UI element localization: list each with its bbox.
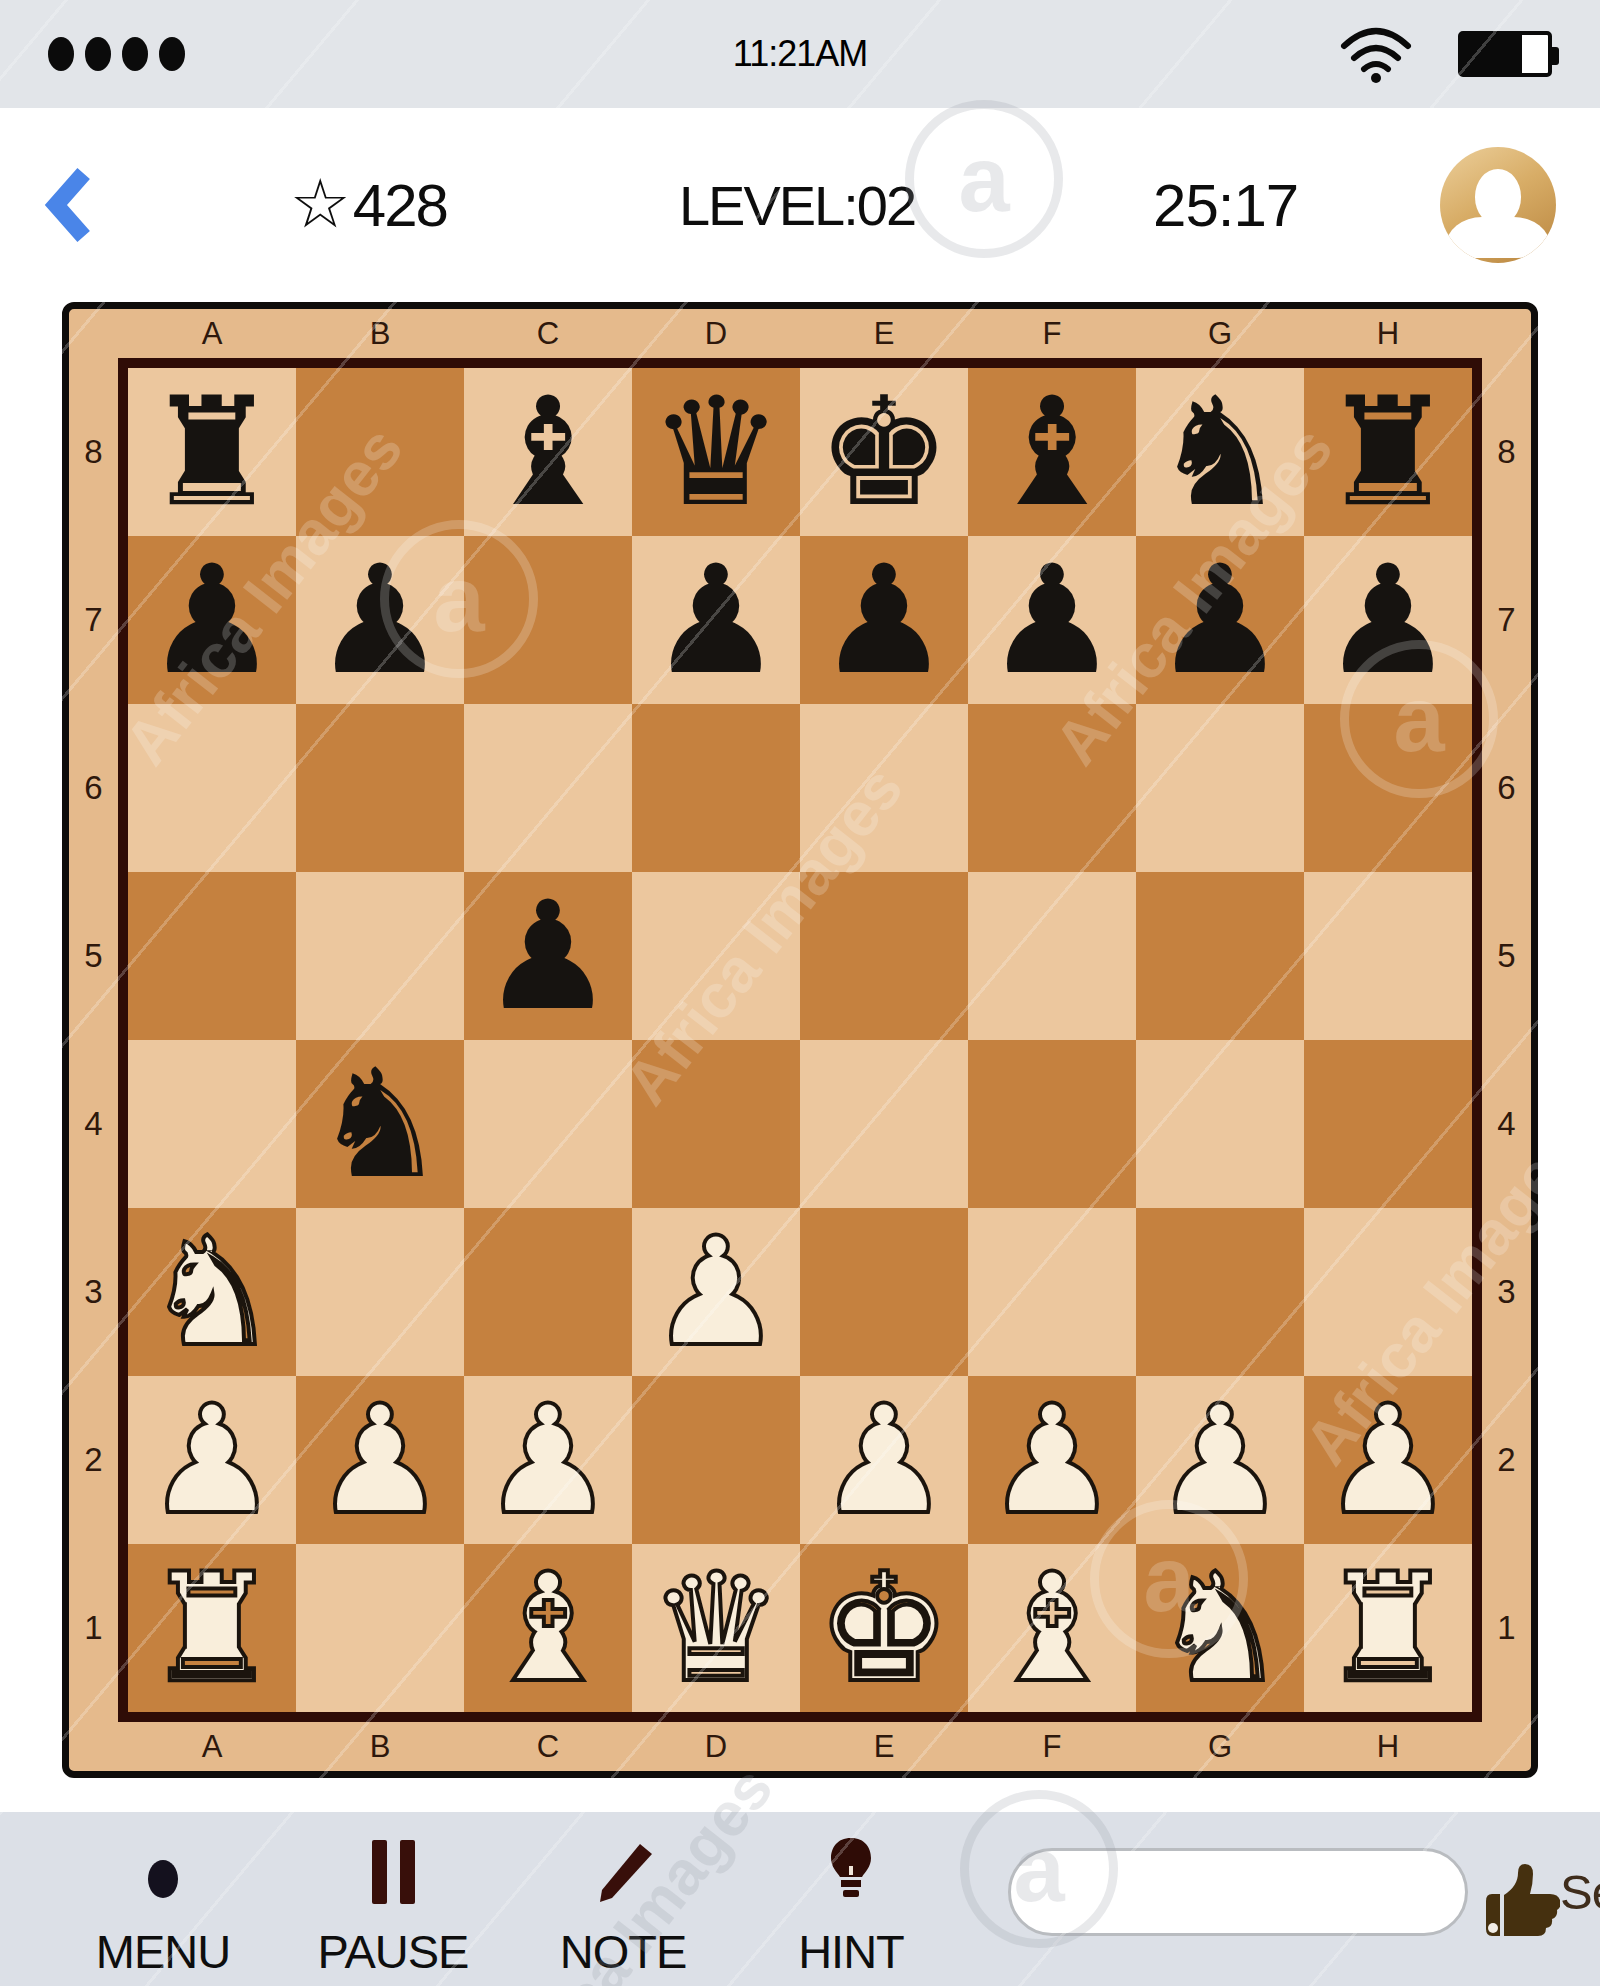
pencil-icon — [590, 1840, 656, 1906]
square-g2[interactable]: ♟ — [1136, 1376, 1304, 1544]
coordinate-label: 7 — [84, 601, 102, 639]
square-f8[interactable]: ♝ — [968, 368, 1136, 536]
coordinate-label: 4 — [84, 1105, 102, 1143]
coordinate-label: E — [874, 316, 895, 352]
square-a8[interactable]: ♜ — [128, 368, 296, 536]
thumbs-up-icon[interactable] — [1484, 1852, 1560, 1940]
square-f6[interactable] — [968, 704, 1136, 872]
piece-black-pawn: ♟ — [985, 545, 1119, 695]
level-display: LEVEL:02 — [583, 173, 1012, 238]
square-h2[interactable]: ♟ — [1304, 1376, 1472, 1544]
square-h7[interactable]: ♟ — [1304, 536, 1472, 704]
square-a1[interactable]: ♜ — [128, 1544, 296, 1712]
pause-button[interactable]: PAUSE — [320, 1840, 466, 1979]
pause-icon — [372, 1840, 415, 1904]
coordinate-label: A — [202, 1729, 223, 1765]
coordinate-label: 1 — [84, 1609, 102, 1647]
piece-black-pawn: ♟ — [1321, 545, 1455, 695]
square-h5[interactable] — [1304, 872, 1472, 1040]
square-e6[interactable] — [800, 704, 968, 872]
score-value: 428 — [353, 171, 447, 240]
profile-avatar[interactable] — [1440, 147, 1556, 263]
square-e2[interactable]: ♟ — [800, 1376, 968, 1544]
square-a6[interactable] — [128, 704, 296, 872]
square-b4[interactable]: ♞ — [296, 1040, 464, 1208]
piece-black-pawn: ♟ — [817, 545, 951, 695]
square-b8[interactable] — [296, 368, 464, 536]
square-g7[interactable]: ♟ — [1136, 536, 1304, 704]
square-c7[interactable] — [464, 536, 632, 704]
back-button[interactable] — [44, 168, 154, 242]
piece-white-pawn: ♟ — [313, 1385, 447, 1535]
status-bar: 11:21AM — [0, 0, 1600, 108]
coordinate-label: 8 — [84, 433, 102, 471]
coordinate-label: 6 — [1497, 769, 1515, 807]
square-h3[interactable] — [1304, 1208, 1472, 1376]
piece-white-pawn: ♟ — [145, 1385, 279, 1535]
square-e1[interactable]: ♚ — [800, 1544, 968, 1712]
square-c8[interactable]: ♝ — [464, 368, 632, 536]
coordinate-label: G — [1208, 1729, 1232, 1765]
piece-white-pawn: ♟ — [985, 1385, 1119, 1535]
coordinate-label: F — [1043, 1729, 1062, 1765]
square-g4[interactable] — [1136, 1040, 1304, 1208]
square-b2[interactable]: ♟ — [296, 1376, 464, 1544]
square-c5[interactable]: ♟ — [464, 872, 632, 1040]
square-d3[interactable]: ♟ — [632, 1208, 800, 1376]
piece-white-pawn: ♟ — [649, 1217, 783, 1367]
square-b6[interactable] — [296, 704, 464, 872]
piece-white-bishop: ♝ — [985, 1553, 1119, 1703]
board-grid: ♜♝♛♚♝♞♜♟♟♟♟♟♟♟♟♞♞♟♟♟♟♟♟♟♟♜♝♛♚♝♞♜ — [128, 368, 1472, 1712]
coordinate-label: 1 — [1497, 1609, 1515, 1647]
square-f2[interactable]: ♟ — [968, 1376, 1136, 1544]
square-d5[interactable] — [632, 872, 800, 1040]
coordinate-label: 5 — [1497, 937, 1515, 975]
coordinate-label: 3 — [1497, 1273, 1515, 1311]
square-d2[interactable] — [632, 1376, 800, 1544]
piece-white-bishop: ♝ — [481, 1553, 615, 1703]
square-g8[interactable]: ♞ — [1136, 368, 1304, 536]
piece-black-rook: ♜ — [145, 377, 279, 527]
back-chevron-icon — [44, 168, 90, 242]
square-h6[interactable] — [1304, 704, 1472, 872]
square-g3[interactable] — [1136, 1208, 1304, 1376]
coordinate-label: 2 — [84, 1441, 102, 1479]
coordinate-label: 3 — [84, 1273, 102, 1311]
coordinate-label: 2 — [1497, 1441, 1515, 1479]
coordinate-label: 6 — [84, 769, 102, 807]
piece-white-pawn: ♟ — [1321, 1385, 1455, 1535]
square-e7[interactable]: ♟ — [800, 536, 968, 704]
coordinate-label: H — [1377, 1729, 1399, 1765]
piece-black-knight: ♞ — [313, 1049, 447, 1199]
square-b1[interactable] — [296, 1544, 464, 1712]
piece-white-rook: ♜ — [1321, 1553, 1455, 1703]
square-h1[interactable]: ♜ — [1304, 1544, 1472, 1712]
game-timer: 25:17 — [1011, 171, 1440, 240]
square-f3[interactable] — [968, 1208, 1136, 1376]
square-a3[interactable]: ♞ — [128, 1208, 296, 1376]
square-c6[interactable] — [464, 704, 632, 872]
menu-button[interactable]: MENU — [92, 1840, 234, 1979]
piece-white-knight: ♞ — [145, 1217, 279, 1367]
file-labels-top: ABCDEFGH — [118, 309, 1482, 358]
square-d7[interactable]: ♟ — [632, 536, 800, 704]
rank-labels-left: 87654321 — [69, 358, 118, 1722]
hint-button[interactable]: HINT — [780, 1840, 922, 1979]
square-a2[interactable]: ♟ — [128, 1376, 296, 1544]
square-a4[interactable] — [128, 1040, 296, 1208]
avatar-body-icon — [1446, 217, 1550, 259]
square-c4[interactable] — [464, 1040, 632, 1208]
square-h4[interactable] — [1304, 1040, 1472, 1208]
square-d4[interactable] — [632, 1040, 800, 1208]
piece-black-pawn: ♟ — [1153, 545, 1287, 695]
square-d1[interactable]: ♛ — [632, 1544, 800, 1712]
piece-white-king: ♚ — [817, 1553, 951, 1703]
coordinate-label: A — [202, 316, 223, 352]
hint-label: HINT — [798, 1924, 904, 1979]
square-a7[interactable]: ♟ — [128, 536, 296, 704]
square-f4[interactable] — [968, 1040, 1136, 1208]
wifi-icon — [1338, 24, 1414, 84]
piece-black-pawn: ♟ — [313, 545, 447, 695]
piece-black-pawn: ♟ — [649, 545, 783, 695]
piece-black-bishop: ♝ — [481, 377, 615, 527]
square-d6[interactable] — [632, 704, 800, 872]
rank-labels-right: 87654321 — [1482, 358, 1531, 1722]
piece-white-knight: ♞ — [1153, 1553, 1287, 1703]
square-c2[interactable]: ♟ — [464, 1376, 632, 1544]
coordinate-label: F — [1043, 316, 1062, 352]
square-e5[interactable] — [800, 872, 968, 1040]
note-button[interactable]: NOTE — [552, 1840, 694, 1979]
square-e3[interactable] — [800, 1208, 968, 1376]
coordinate-label: 7 — [1497, 601, 1515, 639]
coordinate-label: B — [370, 1729, 391, 1765]
coordinate-label: 4 — [1497, 1105, 1515, 1143]
chess-board: ABCDEFGH 87654321 ♜♝♛♚♝♞♜♟♟♟♟♟♟♟♟♞♞♟♟♟♟♟… — [62, 302, 1538, 1778]
lightbulb-icon — [825, 1836, 877, 1906]
star-icon: ☆ — [290, 164, 349, 243]
square-g5[interactable] — [1136, 872, 1304, 1040]
coordinate-label: D — [705, 316, 727, 352]
menu-dot-icon — [148, 1860, 178, 1898]
coordinate-label: D — [705, 1729, 727, 1765]
square-g1[interactable]: ♞ — [1136, 1544, 1304, 1712]
piece-white-pawn: ♟ — [817, 1385, 951, 1535]
piece-black-pawn: ♟ — [145, 545, 279, 695]
piece-black-bishop: ♝ — [985, 377, 1119, 527]
square-g6[interactable] — [1136, 704, 1304, 872]
board-inner-frame: ♜♝♛♚♝♞♜♟♟♟♟♟♟♟♟♞♞♟♟♟♟♟♟♟♟♜♝♛♚♝♞♜ — [118, 358, 1482, 1722]
piece-white-queen: ♛ — [649, 1553, 783, 1703]
bottom-toolbar: MENU PAUSE NOTE HINT — [0, 1812, 1600, 1986]
square-f5[interactable] — [968, 872, 1136, 1040]
piece-black-rook: ♜ — [1321, 377, 1455, 527]
square-a5[interactable] — [128, 872, 296, 1040]
piece-white-rook: ♜ — [145, 1553, 279, 1703]
game-header: ☆ 428 LEVEL:02 25:17 — [0, 108, 1600, 302]
square-b3[interactable] — [296, 1208, 464, 1376]
square-e8[interactable]: ♚ — [800, 368, 968, 536]
square-e4[interactable] — [800, 1040, 968, 1208]
send-button[interactable]: Send — [1560, 1864, 1600, 1920]
send-area: Send — [1008, 1844, 1560, 1940]
board-area: ABCDEFGH 87654321 ♜♝♛♚♝♞♜♟♟♟♟♟♟♟♟♞♞♟♟♟♟♟… — [0, 302, 1600, 1778]
square-c1[interactable]: ♝ — [464, 1544, 632, 1712]
square-f1[interactable]: ♝ — [968, 1544, 1136, 1712]
battery-icon — [1458, 31, 1552, 77]
square-b7[interactable]: ♟ — [296, 536, 464, 704]
square-c3[interactable] — [464, 1208, 632, 1376]
coordinate-label: C — [537, 316, 559, 352]
square-f7[interactable]: ♟ — [968, 536, 1136, 704]
score-display: ☆ 428 — [154, 166, 583, 245]
coordinate-label: B — [370, 316, 391, 352]
coordinate-label: G — [1208, 316, 1232, 352]
piece-white-pawn: ♟ — [1153, 1385, 1287, 1535]
message-input[interactable] — [1041, 1869, 1560, 1916]
piece-black-queen: ♛ — [649, 377, 783, 527]
file-labels-bottom: ABCDEFGH — [118, 1722, 1482, 1771]
pause-label: PAUSE — [318, 1924, 469, 1979]
coordinate-label: E — [874, 1729, 895, 1765]
square-d8[interactable]: ♛ — [632, 368, 800, 536]
coordinate-label: 5 — [84, 937, 102, 975]
square-h8[interactable]: ♜ — [1304, 368, 1472, 536]
coordinate-label: 8 — [1497, 433, 1515, 471]
piece-black-knight: ♞ — [1153, 377, 1287, 527]
coordinate-label: C — [537, 1729, 559, 1765]
message-pill[interactable]: Send — [1008, 1848, 1468, 1936]
coordinate-label: H — [1377, 316, 1399, 352]
piece-black-pawn: ♟ — [481, 881, 615, 1031]
menu-label: MENU — [96, 1924, 230, 1979]
chess-app-screen: 11:21AM ☆ 428 LEVEL:02 25:17 — [0, 0, 1600, 1986]
note-label: NOTE — [560, 1924, 687, 1979]
piece-white-pawn: ♟ — [481, 1385, 615, 1535]
square-b5[interactable] — [296, 872, 464, 1040]
piece-black-king: ♚ — [817, 377, 951, 527]
